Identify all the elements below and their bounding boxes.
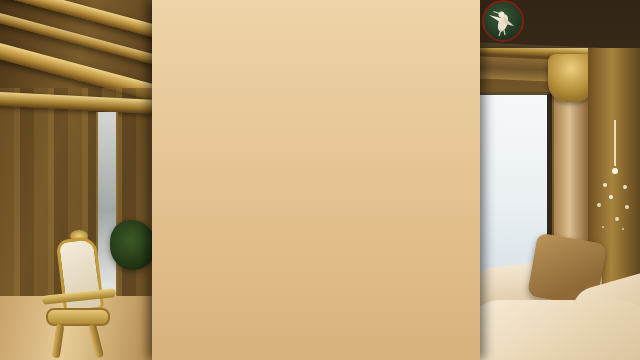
background-room-right (480, 0, 640, 360)
board-cells (152, 7, 476, 353)
streamer-caption (482, 158, 602, 161)
timers-row (532, 8, 544, 23)
chandelier-stem (614, 120, 616, 166)
player-hud (480, 0, 640, 48)
chair-seat (46, 308, 110, 326)
sofa-seat-cushion (480, 300, 640, 360)
chair-leg (88, 324, 104, 359)
player-avatar hummingbird-avatar-icon[interactable] (482, 0, 524, 42)
xiangqi-board (152, 0, 480, 360)
crystal-chandelier (612, 168, 618, 174)
chair-leg (52, 324, 65, 359)
baroque-chair (30, 236, 122, 360)
hud-text (532, 4, 544, 23)
background-room-left (0, 0, 152, 360)
game-screen (0, 0, 640, 360)
hummingbird-icon (484, 2, 521, 39)
